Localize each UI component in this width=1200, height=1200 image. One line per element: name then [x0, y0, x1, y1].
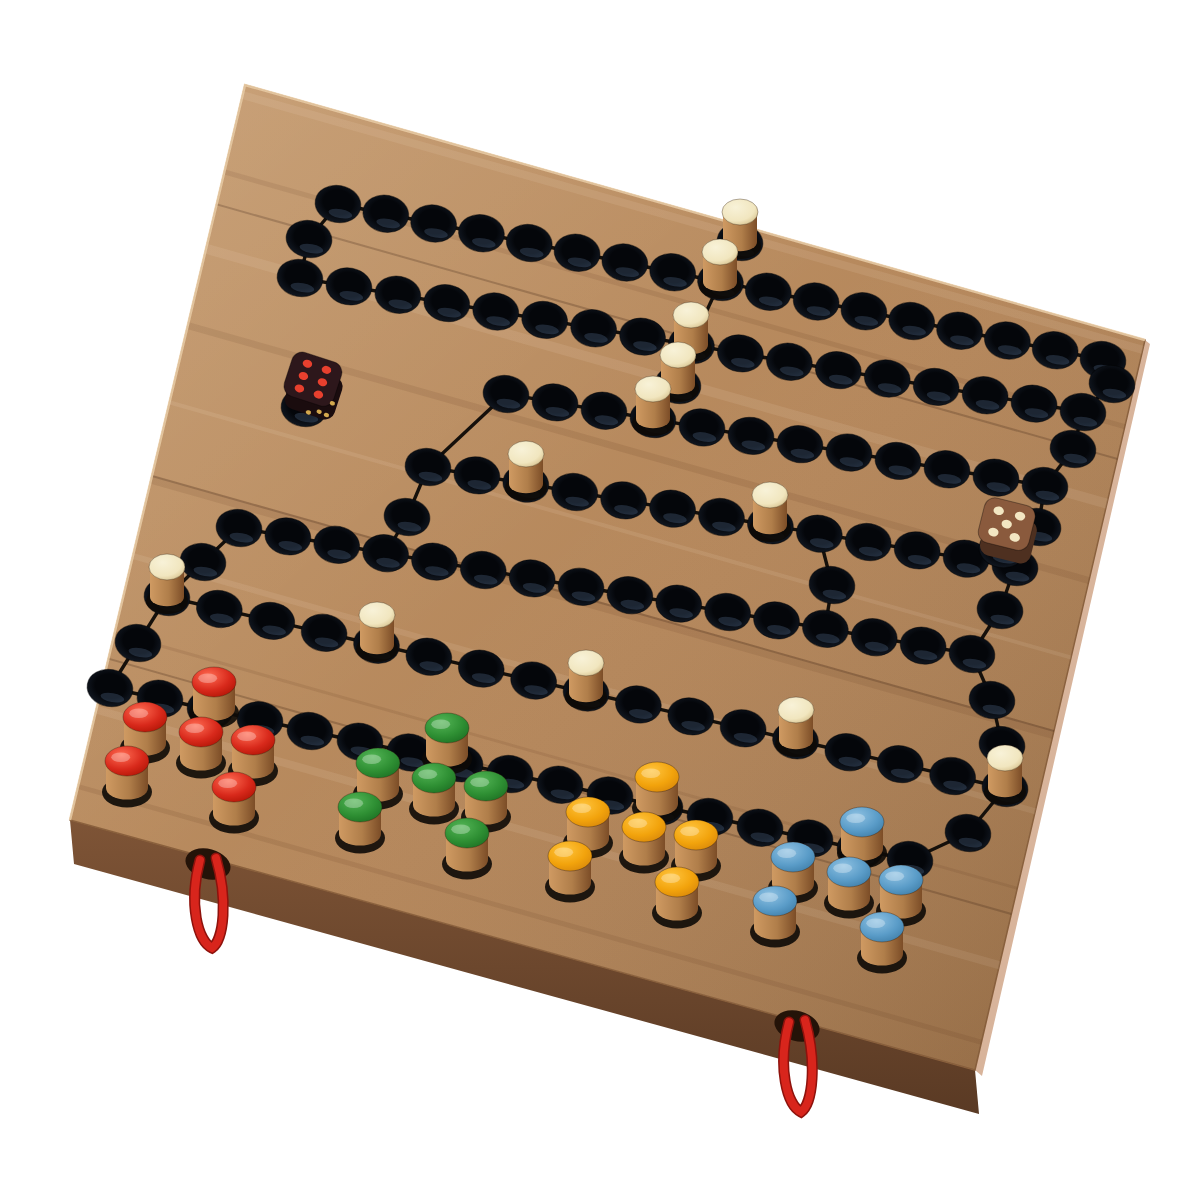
barricade-peg-white[interactable]: [632, 376, 674, 436]
barricade-peg-white[interactable]: [146, 554, 188, 614]
barricade-peg-white[interactable]: [984, 745, 1026, 805]
peg-blue[interactable]: [857, 912, 907, 974]
peg-red[interactable]: [176, 717, 226, 779]
peg-green[interactable]: [335, 792, 385, 854]
barricade-peg-white[interactable]: [356, 602, 398, 662]
barricade-peg-white[interactable]: [699, 239, 741, 299]
peg-red[interactable]: [102, 746, 152, 808]
peg-yellow[interactable]: [619, 812, 669, 874]
barricade-peg-white[interactable]: [505, 441, 547, 501]
board-svg: [0, 0, 1200, 1200]
peg-blue[interactable]: [750, 886, 800, 948]
peg-blue[interactable]: [824, 857, 874, 919]
peg-yellow[interactable]: [545, 841, 595, 903]
peg-green[interactable]: [409, 763, 459, 825]
peg-red[interactable]: [209, 772, 259, 834]
peg-green[interactable]: [442, 818, 492, 880]
peg-yellow[interactable]: [652, 867, 702, 929]
wooden-barricade-board-photo: [0, 0, 1200, 1200]
barricade-peg-white[interactable]: [749, 482, 791, 542]
barricade-peg-white[interactable]: [565, 650, 607, 710]
barricade-peg-white[interactable]: [775, 697, 817, 757]
